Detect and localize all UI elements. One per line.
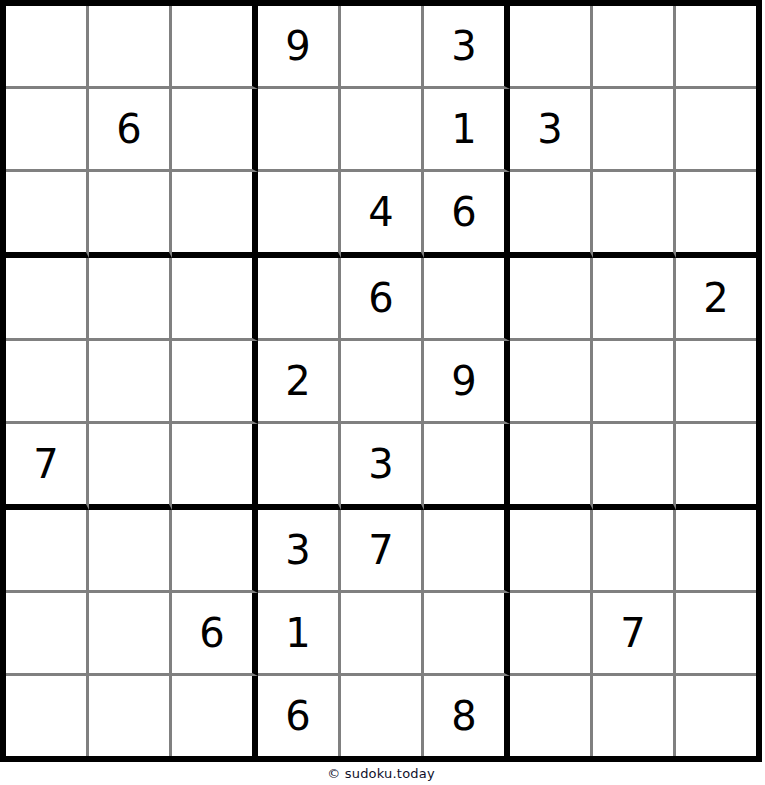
cell-r1c1[interactable]	[6, 6, 89, 89]
cell-r9c5[interactable]	[341, 676, 424, 756]
cell-r7c2[interactable]	[89, 510, 172, 593]
cell-r3c9[interactable]	[676, 172, 756, 258]
cell-r7c7[interactable]	[510, 510, 593, 593]
cell-r5c3[interactable]	[172, 341, 258, 424]
cell-r4c7[interactable]	[510, 258, 593, 341]
cell-r1c3[interactable]	[172, 6, 258, 89]
cell-r1c6[interactable]: 3	[424, 6, 510, 89]
cell-r6c1[interactable]: 7	[6, 424, 89, 510]
cell-r4c1[interactable]	[6, 258, 89, 341]
cell-r5c2[interactable]	[89, 341, 172, 424]
cell-r6c8[interactable]	[593, 424, 676, 510]
cell-r1c4[interactable]: 9	[258, 6, 341, 89]
sudoku-page: 93613466229733761768 © sudoku.today	[0, 0, 765, 785]
cell-r3c3[interactable]	[172, 172, 258, 258]
cell-r9c2[interactable]	[89, 676, 172, 756]
cell-r4c2[interactable]	[89, 258, 172, 341]
cell-r7c9[interactable]	[676, 510, 756, 593]
cell-r8c1[interactable]	[6, 593, 89, 676]
cell-r1c8[interactable]	[593, 6, 676, 89]
cell-r6c3[interactable]	[172, 424, 258, 510]
credit-line: © sudoku.today	[0, 762, 762, 785]
cell-r3c7[interactable]	[510, 172, 593, 258]
cell-r7c3[interactable]	[172, 510, 258, 593]
cell-r3c5[interactable]: 4	[341, 172, 424, 258]
cell-r5c5[interactable]	[341, 341, 424, 424]
cell-r7c8[interactable]	[593, 510, 676, 593]
cell-r2c8[interactable]	[593, 89, 676, 172]
cell-r3c6[interactable]: 6	[424, 172, 510, 258]
cell-r1c7[interactable]	[510, 6, 593, 89]
cell-r7c6[interactable]	[424, 510, 510, 593]
cell-r4c6[interactable]	[424, 258, 510, 341]
cell-r6c4[interactable]	[258, 424, 341, 510]
cell-r1c2[interactable]	[89, 6, 172, 89]
cell-r2c2[interactable]: 6	[89, 89, 172, 172]
credit-text: © sudoku.today	[327, 766, 435, 781]
cell-r5c8[interactable]	[593, 341, 676, 424]
cell-r9c6[interactable]: 8	[424, 676, 510, 756]
cell-r2c1[interactable]	[6, 89, 89, 172]
cell-r6c6[interactable]	[424, 424, 510, 510]
cell-r8c3[interactable]: 6	[172, 593, 258, 676]
cell-r3c4[interactable]	[258, 172, 341, 258]
cell-r5c9[interactable]	[676, 341, 756, 424]
cell-r2c7[interactable]: 3	[510, 89, 593, 172]
cell-r9c3[interactable]	[172, 676, 258, 756]
cell-r2c3[interactable]	[172, 89, 258, 172]
cell-r3c2[interactable]	[89, 172, 172, 258]
cell-r8c6[interactable]	[424, 593, 510, 676]
cell-r7c5[interactable]: 7	[341, 510, 424, 593]
cell-r6c7[interactable]	[510, 424, 593, 510]
cell-r8c4[interactable]: 1	[258, 593, 341, 676]
cell-r2c4[interactable]	[258, 89, 341, 172]
cell-r5c7[interactable]	[510, 341, 593, 424]
cell-r4c5[interactable]: 6	[341, 258, 424, 341]
cell-r6c2[interactable]	[89, 424, 172, 510]
cell-r5c4[interactable]: 2	[258, 341, 341, 424]
cell-r7c1[interactable]	[6, 510, 89, 593]
cell-r4c3[interactable]	[172, 258, 258, 341]
cell-r4c4[interactable]	[258, 258, 341, 341]
cell-r9c9[interactable]	[676, 676, 756, 756]
cell-r2c9[interactable]	[676, 89, 756, 172]
cell-r2c5[interactable]	[341, 89, 424, 172]
sudoku-board: 93613466229733761768	[0, 0, 762, 762]
cell-r9c7[interactable]	[510, 676, 593, 756]
cell-r1c9[interactable]	[676, 6, 756, 89]
cell-r7c4[interactable]: 3	[258, 510, 341, 593]
cell-r8c5[interactable]	[341, 593, 424, 676]
cell-r9c4[interactable]: 6	[258, 676, 341, 756]
cell-r5c6[interactable]: 9	[424, 341, 510, 424]
cell-r6c5[interactable]: 3	[341, 424, 424, 510]
cell-r9c8[interactable]	[593, 676, 676, 756]
cell-r6c9[interactable]	[676, 424, 756, 510]
cell-r8c8[interactable]: 7	[593, 593, 676, 676]
cell-r2c6[interactable]: 1	[424, 89, 510, 172]
cell-r4c9[interactable]: 2	[676, 258, 756, 341]
cell-r8c9[interactable]	[676, 593, 756, 676]
cell-r5c1[interactable]	[6, 341, 89, 424]
cell-r8c7[interactable]	[510, 593, 593, 676]
cell-r3c1[interactable]	[6, 172, 89, 258]
cell-r1c5[interactable]	[341, 6, 424, 89]
cell-r4c8[interactable]	[593, 258, 676, 341]
cell-r8c2[interactable]	[89, 593, 172, 676]
cell-r9c1[interactable]	[6, 676, 89, 756]
cell-r3c8[interactable]	[593, 172, 676, 258]
